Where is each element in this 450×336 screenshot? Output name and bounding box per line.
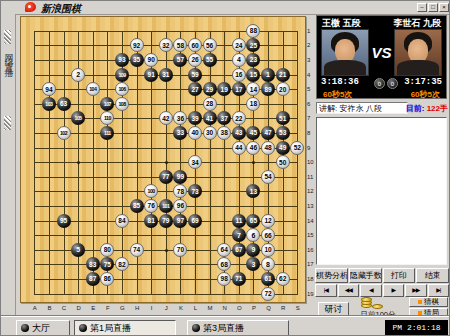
column-label: S	[293, 305, 302, 311]
stone-black-31: 31	[159, 68, 173, 82]
photo-body	[397, 60, 439, 76]
column-label: E	[89, 305, 98, 311]
stone-white-32: 32	[159, 38, 173, 52]
first-move-button[interactable]: |◀	[315, 284, 337, 297]
analysis-button[interactable]: 棋势分析	[315, 268, 348, 283]
stone-black-43: 43	[232, 126, 246, 140]
player-left-clock: 3:18:36	[321, 77, 359, 87]
stone-white-80: 80	[100, 243, 114, 257]
stone-black-21: 21	[276, 68, 290, 82]
column-label: K	[176, 305, 185, 311]
stone-black-59: 59	[188, 68, 202, 82]
column-label: Q	[264, 305, 273, 311]
stone-black-53: 53	[276, 126, 290, 140]
star-point	[165, 161, 168, 164]
move-count-status: 目前: 122手	[406, 103, 448, 114]
star-point	[165, 249, 168, 252]
stone-black-35: 35	[130, 53, 144, 67]
stone-black-99: 99	[173, 170, 187, 184]
sina-logo-icon	[25, 2, 36, 12]
column-label: G	[118, 305, 127, 311]
captures-right-badge: 0	[387, 78, 398, 89]
stone-black-51: 51	[276, 111, 290, 125]
stone-white-76: 76	[144, 199, 158, 213]
stone-white-56: 56	[203, 38, 217, 52]
captures-left-badge: 0	[374, 78, 385, 89]
stone-white-72: 72	[261, 287, 275, 301]
stone-white-84: 84	[115, 214, 129, 228]
stone-black-97: 97	[173, 214, 187, 228]
taskbar-game1-button[interactable]: 第1局直播	[74, 320, 176, 336]
column-label: P	[249, 305, 258, 311]
column-label: D	[74, 305, 83, 311]
players-box: 王檄 五段 李世石 九段 VS 3:18:36 0 0 3:17:35 60秒5…	[316, 15, 447, 99]
stone-black-5: 5	[71, 243, 85, 257]
photo-body	[324, 60, 366, 76]
grip-handle-icon	[4, 116, 11, 130]
stone-white-106: 106	[115, 82, 129, 96]
window-controls: – □ ×	[417, 3, 449, 12]
commentator-field: 讲解: 安祚永 八段	[316, 102, 408, 114]
column-label: M	[206, 305, 215, 311]
grid-line	[210, 31, 211, 295]
taskbar-game3-button[interactable]: 第3局直播	[187, 320, 289, 336]
grip-handle-icon	[4, 30, 11, 44]
stone-white-2: 2	[71, 68, 85, 82]
stone-white-12: 12	[261, 214, 275, 228]
last-move-button[interactable]: ▶|	[428, 284, 450, 297]
stone-white-90: 90	[144, 53, 158, 67]
end-button[interactable]: 结束	[416, 268, 449, 283]
stone-white-46: 46	[246, 141, 260, 155]
stone-black-87: 87	[86, 272, 100, 286]
title-bar: 新浪围棋 – □ ×	[1, 1, 450, 15]
tool-button-row: 棋势分析 隐藏手数 打印 结束	[315, 268, 449, 283]
column-label: B	[45, 305, 54, 311]
side-strip-network-live[interactable]: 网络直播	[1, 14, 16, 316]
stone-white-64: 64	[217, 243, 231, 257]
stone-black-29: 29	[203, 82, 217, 96]
stone-black-47: 47	[261, 126, 275, 140]
stone-black-17: 17	[232, 82, 246, 96]
playback-button-row: |◀ ◀◀ ◀ ▶ ▶▶ ▶|	[315, 284, 449, 297]
print-button[interactable]: 打印	[383, 268, 416, 283]
stone-black-83: 83	[86, 257, 100, 271]
commentary-text-area[interactable]	[316, 117, 447, 265]
stone-black-61: 61	[261, 272, 275, 286]
stone-black-27: 27	[188, 82, 202, 96]
stone-black-7: 7	[232, 228, 246, 242]
orange-bullet-icon	[418, 311, 422, 315]
fast-forward-button[interactable]: ▶▶	[405, 284, 427, 297]
stone-white-50: 50	[276, 155, 290, 169]
byoyomi-left: 60秒5次	[323, 89, 352, 100]
stone-white-44: 44	[232, 141, 246, 155]
go-stone-icon	[21, 324, 29, 332]
player-right-clock: 3:17:35	[404, 77, 442, 87]
stone-white-62: 62	[276, 272, 290, 286]
column-label: L	[191, 305, 200, 311]
stone-black-55: 55	[203, 53, 217, 67]
stone-white-70: 70	[173, 243, 187, 257]
grid-line	[297, 31, 298, 295]
stone-black-11: 11	[232, 214, 246, 228]
column-label: N	[220, 305, 229, 311]
stone-black-15: 15	[246, 68, 260, 82]
coins-icon	[359, 297, 385, 309]
stone-black-49: 49	[276, 141, 290, 155]
stone-white-10: 10	[261, 243, 275, 257]
study-button[interactable]: 研讨	[318, 302, 349, 317]
stone-white-54: 54	[261, 170, 275, 184]
stone-black-67: 67	[232, 243, 246, 257]
maximize-icon[interactable]: □	[428, 3, 438, 12]
commentary-row: 讲解: 安祚永 八段 目前: 122手	[316, 102, 448, 115]
stone-black-95: 95	[57, 214, 71, 228]
go-stone-icon	[79, 324, 87, 332]
stone-white-98: 98	[217, 272, 231, 286]
stone-white-28: 28	[203, 97, 217, 111]
stone-black-79: 79	[159, 214, 173, 228]
stone-white-108: 108	[115, 97, 129, 111]
stone-white-102: 102	[57, 126, 71, 140]
stone-white-104: 104	[86, 82, 100, 96]
stone-white-94: 94	[42, 82, 56, 96]
grid-line	[34, 294, 298, 295]
player-right-photo	[394, 29, 442, 76]
stone-black-71: 71	[232, 272, 246, 286]
stone-white-92: 92	[130, 38, 144, 52]
stone-white-48: 48	[261, 141, 275, 155]
stone-white-30: 30	[203, 126, 217, 140]
stone-white-42: 42	[159, 111, 173, 125]
minimize-icon[interactable]: –	[417, 3, 427, 12]
stone-black-77: 77	[159, 170, 173, 184]
stone-black-81: 81	[144, 214, 158, 228]
stone-white-20: 20	[276, 82, 290, 96]
stone-black-63: 63	[57, 97, 71, 111]
go-board: ABCDEFGHIJKLMNOPQRS123456789101112131415…	[17, 14, 317, 316]
fast-rewind-button[interactable]: ◀◀	[338, 284, 360, 297]
close-icon[interactable]: ×	[439, 3, 449, 12]
system-clock: PM 2:01:18	[385, 320, 448, 336]
stone-white-16: 16	[232, 68, 246, 82]
column-label: R	[279, 305, 288, 311]
stone-white-4: 4	[232, 53, 246, 67]
hide-move-numbers-button[interactable]: 隐藏手数	[349, 268, 382, 283]
stone-black-109: 109	[115, 68, 129, 82]
column-label: C	[60, 305, 69, 311]
guess-move-button[interactable]: 猜棋	[409, 297, 448, 307]
taskbar-lobby-button[interactable]: 大厅	[16, 320, 70, 336]
stone-black-69: 69	[188, 214, 202, 228]
prev-move-button[interactable]: ◀	[360, 284, 382, 297]
stone-white-52: 52	[290, 141, 304, 155]
column-label: I	[147, 305, 156, 311]
stone-black-41: 41	[203, 111, 217, 125]
stone-black-93: 93	[115, 53, 129, 67]
stone-white-40: 40	[188, 126, 202, 140]
taskbar: 大厅 第1局直播 第3局直播 PM 2:01:18	[1, 316, 450, 336]
grid-line	[34, 279, 298, 280]
column-label: O	[235, 305, 244, 311]
stone-black-85: 85	[130, 199, 144, 213]
byoyomi-right: 60秒5次	[411, 89, 440, 100]
stone-white-26: 26	[188, 53, 202, 67]
column-label: F	[103, 305, 112, 311]
stone-white-38: 38	[217, 126, 231, 140]
stone-black-101: 101	[159, 199, 173, 213]
stone-black-91: 91	[144, 68, 158, 82]
column-label: A	[30, 305, 39, 311]
stone-black-1: 1	[261, 68, 275, 82]
side-strip-label: 网络直播	[1, 46, 15, 66]
stone-black-65: 65	[246, 214, 260, 228]
orange-bullet-icon	[418, 300, 422, 304]
stone-black-103: 103	[42, 97, 56, 111]
stone-white-74: 74	[130, 243, 144, 257]
app-window: 新浪围棋 – □ × 网络直播 ABCDEFGHIJKLMNOPQRS12345…	[0, 0, 450, 336]
stone-white-34: 34	[188, 155, 202, 169]
stone-black-107: 107	[100, 97, 114, 111]
column-label: J	[162, 305, 171, 311]
next-move-button[interactable]: ▶	[383, 284, 405, 297]
game-info-panel: 王檄 五段 李世石 九段 VS 3:18:36 0 0 3:17:35 60秒5…	[313, 14, 450, 316]
go-stone-icon	[192, 324, 200, 332]
column-label: H	[133, 305, 142, 311]
